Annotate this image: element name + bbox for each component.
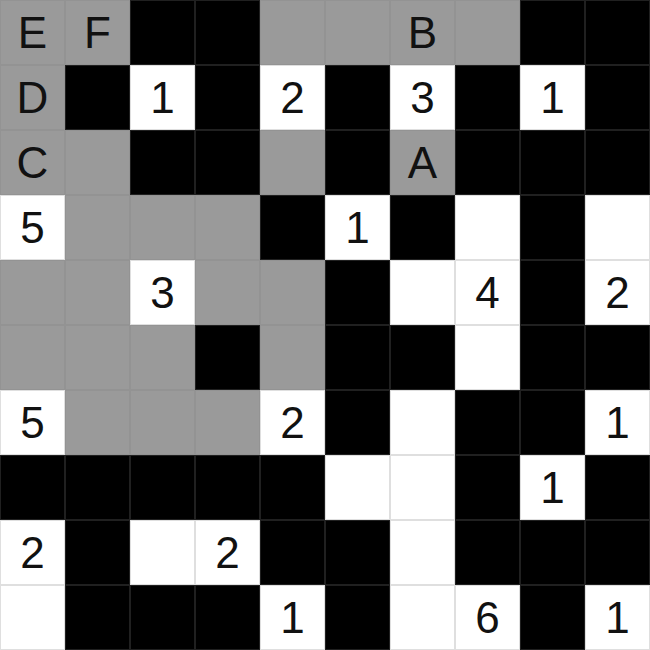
cell-r6c1-gray[interactable] [65, 390, 130, 455]
cell-r7c0-black[interactable] [0, 455, 65, 520]
cell-r7c8-1-white[interactable]: 1 [520, 455, 585, 520]
cell-r1c7-black[interactable] [455, 65, 520, 130]
cell-r5c4-gray[interactable] [260, 325, 325, 390]
cell-r9c7-6-white[interactable]: 6 [455, 585, 520, 650]
cell-r3c9-white[interactable] [585, 195, 650, 260]
cell-r0c6-B-gray[interactable]: B [390, 0, 455, 65]
cell-r0c3-black[interactable] [195, 0, 260, 65]
cell-r8c2-white[interactable] [130, 520, 195, 585]
cell-r0c7-gray[interactable] [455, 0, 520, 65]
cell-r6c7-black[interactable] [455, 390, 520, 455]
cell-r7c6-white[interactable] [390, 455, 455, 520]
cell-r4c7-4-white[interactable]: 4 [455, 260, 520, 325]
cell-r0c0-E-gray[interactable]: E [0, 0, 65, 65]
cell-r1c4-2-white[interactable]: 2 [260, 65, 325, 130]
cell-r6c0-5-white[interactable]: 5 [0, 390, 65, 455]
cell-r5c3-black[interactable] [195, 325, 260, 390]
cell-r4c2-3-white[interactable]: 3 [130, 260, 195, 325]
cell-r4c5-black[interactable] [325, 260, 390, 325]
cell-r0c5-gray[interactable] [325, 0, 390, 65]
cell-r4c4-gray[interactable] [260, 260, 325, 325]
cell-r1c9-black[interactable] [585, 65, 650, 130]
cell-r0c4-gray[interactable] [260, 0, 325, 65]
cell-r6c6-white[interactable] [390, 390, 455, 455]
cell-r8c7-black[interactable] [455, 520, 520, 585]
cell-r8c4-black[interactable] [260, 520, 325, 585]
cell-r6c9-1-white[interactable]: 1 [585, 390, 650, 455]
cell-r5c7-white[interactable] [455, 325, 520, 390]
cell-r2c5-black[interactable] [325, 130, 390, 195]
cell-r0c1-F-gray[interactable]: F [65, 0, 130, 65]
cell-r9c4-1-white[interactable]: 1 [260, 585, 325, 650]
cell-r7c9-black[interactable] [585, 455, 650, 520]
cell-r2c4-gray[interactable] [260, 130, 325, 195]
cell-r6c5-black[interactable] [325, 390, 390, 455]
cell-r3c7-white[interactable] [455, 195, 520, 260]
cell-r1c8-1-white[interactable]: 1 [520, 65, 585, 130]
cell-r6c8-black[interactable] [520, 390, 585, 455]
cell-r7c1-black[interactable] [65, 455, 130, 520]
cell-r2c9-black[interactable] [585, 130, 650, 195]
cell-r4c0-gray[interactable] [0, 260, 65, 325]
cell-r9c0-white[interactable] [0, 585, 65, 650]
cell-r2c6-A-gray[interactable]: A [390, 130, 455, 195]
cell-r1c0-D-gray[interactable]: D [0, 65, 65, 130]
cell-r5c9-black[interactable] [585, 325, 650, 390]
cell-r8c0-2-white[interactable]: 2 [0, 520, 65, 585]
cell-r2c1-gray[interactable] [65, 130, 130, 195]
cell-r5c5-black[interactable] [325, 325, 390, 390]
cell-r3c2-gray[interactable] [130, 195, 195, 260]
cell-r3c1-gray[interactable] [65, 195, 130, 260]
cell-r4c1-gray[interactable] [65, 260, 130, 325]
cell-r6c3-gray[interactable] [195, 390, 260, 455]
cell-r8c6-white[interactable] [390, 520, 455, 585]
cell-r1c3-black[interactable] [195, 65, 260, 130]
cell-r8c8-black[interactable] [520, 520, 585, 585]
cell-r5c2-gray[interactable] [130, 325, 195, 390]
cell-r7c3-black[interactable] [195, 455, 260, 520]
cell-r4c6-white[interactable] [390, 260, 455, 325]
cell-r8c1-black[interactable] [65, 520, 130, 585]
cell-r2c3-black[interactable] [195, 130, 260, 195]
cell-r5c0-gray[interactable] [0, 325, 65, 390]
cell-r5c6-black[interactable] [390, 325, 455, 390]
cell-r1c6-3-white[interactable]: 3 [390, 65, 455, 130]
cell-r3c0-5-white[interactable]: 5 [0, 195, 65, 260]
cell-r9c8-black[interactable] [520, 585, 585, 650]
cell-r9c5-black[interactable] [325, 585, 390, 650]
cell-r5c8-black[interactable] [520, 325, 585, 390]
cell-r0c2-black[interactable] [130, 0, 195, 65]
cell-r3c3-gray[interactable] [195, 195, 260, 260]
cell-r4c8-black[interactable] [520, 260, 585, 325]
cell-r2c7-black[interactable] [455, 130, 520, 195]
cell-r1c5-black[interactable] [325, 65, 390, 130]
cell-r9c6-white[interactable] [390, 585, 455, 650]
cell-r9c9-1-white[interactable]: 1 [585, 585, 650, 650]
cell-r7c7-black[interactable] [455, 455, 520, 520]
cell-r9c2-black[interactable] [130, 585, 195, 650]
cell-r9c1-black[interactable] [65, 585, 130, 650]
cell-r2c2-black[interactable] [130, 130, 195, 195]
cell-r2c0-C-gray[interactable]: C [0, 130, 65, 195]
cell-r6c4-2-white[interactable]: 2 [260, 390, 325, 455]
cell-r3c4-black[interactable] [260, 195, 325, 260]
cell-r7c4-black[interactable] [260, 455, 325, 520]
cell-r5c1-gray[interactable] [65, 325, 130, 390]
cell-r8c3-2-white[interactable]: 2 [195, 520, 260, 585]
cell-r9c3-black[interactable] [195, 585, 260, 650]
cell-r4c3-gray[interactable] [195, 260, 260, 325]
cell-r2c8-black[interactable] [520, 130, 585, 195]
cell-r7c5-white[interactable] [325, 455, 390, 520]
cell-r8c9-black[interactable] [585, 520, 650, 585]
cell-r3c8-black[interactable] [520, 195, 585, 260]
cell-r7c2-black[interactable] [130, 455, 195, 520]
cell-r8c5-black[interactable] [325, 520, 390, 585]
cell-r0c9-black[interactable] [585, 0, 650, 65]
cell-r4c9-2-white[interactable]: 2 [585, 260, 650, 325]
mosaic-board: EFBD1231CA51342521122161 [0, 0, 650, 650]
cell-r1c2-1-white[interactable]: 1 [130, 65, 195, 130]
cell-r1c1-black[interactable] [65, 65, 130, 130]
cell-r0c8-black[interactable] [520, 0, 585, 65]
cell-r3c5-1-white[interactable]: 1 [325, 195, 390, 260]
cell-r6c2-gray[interactable] [130, 390, 195, 455]
cell-r3c6-black[interactable] [390, 195, 455, 260]
